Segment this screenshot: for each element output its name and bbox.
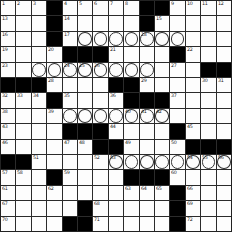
cell-r9c4[interactable] (47, 124, 61, 138)
black-cell-r6c1 (1, 78, 15, 92)
circle-marker (155, 155, 169, 169)
clue-number: 27 (171, 63, 176, 68)
cell-r7c12[interactable]: 37 (170, 93, 184, 107)
clue-number: 4 (64, 1, 67, 6)
cell-r13c7[interactable] (93, 186, 107, 200)
cell-r1c13[interactable]: 10 (186, 1, 200, 15)
cell-r4c11[interactable] (155, 47, 169, 61)
cell-r13c8[interactable] (109, 186, 123, 200)
cell-r15c4[interactable] (47, 217, 61, 231)
cell-r13c6[interactable] (78, 186, 92, 200)
clue-number: 62 (48, 186, 53, 191)
cell-r12c13[interactable] (186, 170, 200, 184)
cell-r4c8[interactable]: 21 (109, 47, 123, 61)
clue-number: 36 (110, 93, 115, 98)
clue-number: 33 (17, 93, 22, 98)
cell-r3c7[interactable] (93, 32, 107, 46)
circle-marker (94, 32, 108, 46)
clue-number: 7 (110, 1, 113, 6)
clue-number: 21 (110, 47, 115, 52)
cell-r15c10[interactable] (140, 217, 154, 231)
clue-number: 64 (141, 186, 146, 191)
cell-r11c12[interactable] (170, 155, 184, 169)
cell-r6c12[interactable] (170, 78, 184, 92)
cell-r10c1[interactable]: 46 (1, 140, 15, 154)
black-cell-r2c10 (140, 16, 154, 30)
black-cell-r9c7 (93, 124, 107, 138)
cell-r11c9[interactable] (124, 155, 138, 169)
clue-number: 14 (64, 16, 69, 21)
cell-r11c3[interactable]: 51 (32, 155, 46, 169)
black-cell-r9c6 (78, 124, 92, 138)
cell-r6c4[interactable]: 28 (47, 78, 61, 92)
black-cell-r10c15 (217, 140, 231, 154)
cell-r2c14[interactable] (201, 16, 215, 30)
cell-r11c8[interactable]: 53 (109, 155, 123, 169)
cell-r3c12[interactable] (170, 32, 184, 46)
cell-r6c15[interactable]: 31 (217, 78, 231, 92)
cell-r13c13[interactable]: 66 (186, 186, 200, 200)
clue-number: 48 (79, 140, 84, 145)
cell-r10c2[interactable] (16, 140, 30, 154)
cell-r14c14[interactable] (201, 201, 215, 215)
clue-number: 22 (187, 47, 192, 52)
black-cell-r7c9 (124, 93, 138, 107)
circle-marker (78, 109, 92, 123)
cell-r7c13[interactable] (186, 93, 200, 107)
cell-r9c11[interactable] (155, 124, 169, 138)
cell-r4c15[interactable] (217, 47, 231, 61)
cell-r4c14[interactable] (201, 47, 215, 61)
clue-number: 56 (218, 155, 223, 160)
cell-r5c10[interactable] (140, 63, 154, 77)
clue-number: 51 (33, 155, 38, 160)
clue-number: 45 (187, 124, 192, 129)
clue-number: 41 (141, 109, 146, 114)
clue-number: 40 (125, 109, 130, 114)
cell-r6c11[interactable] (155, 78, 169, 92)
cell-r13c15[interactable] (217, 186, 231, 200)
cell-r2c11[interactable]: 15 (155, 16, 169, 30)
cell-r13c1[interactable]: 61 (1, 186, 15, 200)
clue-number: 31 (218, 78, 223, 83)
cell-r8c2[interactable] (16, 109, 30, 123)
cell-r2c15[interactable] (217, 16, 231, 30)
black-cell-r1c4 (47, 1, 61, 15)
clue-number: 55 (202, 155, 207, 160)
cell-r7c1[interactable]: 32 (1, 93, 15, 107)
circle-marker (109, 32, 123, 46)
cell-r10c4[interactable] (47, 140, 61, 154)
cell-r11c13[interactable]: 54 (186, 155, 200, 169)
cell-r2c12[interactable] (170, 16, 184, 30)
cell-r5c9[interactable] (124, 63, 138, 77)
cell-r5c12[interactable]: 27 (170, 63, 184, 77)
circle-marker (63, 109, 77, 123)
black-cell-r10c7 (93, 140, 107, 154)
cell-r5c7[interactable]: 26 (93, 63, 107, 77)
cell-r13c2[interactable] (16, 186, 30, 200)
cell-r12c1[interactable]: 57 (1, 170, 15, 184)
cell-r12c3[interactable] (32, 170, 46, 184)
clue-number: 25 (79, 63, 84, 68)
clue-number: 1 (2, 1, 5, 6)
cell-r13c9[interactable]: 63 (124, 186, 138, 200)
cell-r10c12[interactable]: 50 (170, 140, 184, 154)
cell-r9c14[interactable] (201, 124, 215, 138)
clue-number: 65 (156, 186, 161, 191)
clue-number: 67 (2, 201, 7, 206)
cell-r14c5[interactable] (63, 201, 77, 215)
cell-r7c7[interactable] (93, 93, 107, 107)
cell-r1c14[interactable]: 11 (201, 1, 215, 15)
circle-marker (109, 155, 123, 169)
cell-r3c14[interactable] (201, 32, 215, 46)
black-cell-r5c14 (201, 63, 215, 77)
cell-r14c1[interactable]: 67 (1, 201, 15, 215)
clue-number: 20 (48, 47, 53, 52)
cell-r13c5[interactable] (63, 186, 77, 200)
cell-r2c8[interactable] (109, 16, 123, 30)
circle-marker (125, 155, 139, 169)
cell-r5c3[interactable] (32, 63, 46, 77)
clue-number: 37 (171, 93, 176, 98)
cell-r12c8[interactable] (109, 170, 123, 184)
cell-r8c10[interactable]: 41 (140, 109, 154, 123)
cell-r8c15[interactable] (217, 109, 231, 123)
cell-r4c4[interactable]: 20 (47, 47, 61, 61)
cell-r3c1[interactable]: 16 (1, 32, 15, 46)
cell-r7c14[interactable] (201, 93, 215, 107)
cell-r9c9[interactable] (124, 124, 138, 138)
cell-r2c9[interactable] (124, 16, 138, 30)
cell-r8c1[interactable]: 38 (1, 109, 15, 123)
black-cell-r14c6 (78, 201, 92, 215)
cell-r9c13[interactable]: 45 (186, 124, 200, 138)
circle-marker (109, 63, 123, 77)
clue-number: 12 (218, 1, 223, 6)
black-cell-r6c8 (109, 78, 123, 92)
cell-r4c1[interactable]: 19 (1, 47, 15, 61)
cell-r12c6[interactable] (78, 170, 92, 184)
cell-r14c9[interactable] (124, 201, 138, 215)
cell-r11c6[interactable] (78, 155, 92, 169)
circle-marker (32, 63, 46, 77)
black-cell-r6c9 (124, 78, 138, 92)
cell-r11c4[interactable] (47, 155, 61, 169)
cell-r8c5[interactable] (63, 109, 77, 123)
circle-marker (94, 109, 108, 123)
cell-r10c9[interactable]: 49 (124, 140, 138, 154)
cell-r15c1[interactable]: 70 (1, 217, 15, 231)
cell-r12c14[interactable] (201, 170, 215, 184)
cell-r1c5[interactable]: 4 (63, 1, 77, 15)
black-cell-r4c6 (78, 47, 92, 61)
cell-r5c11[interactable] (155, 63, 169, 77)
cell-r14c11[interactable] (155, 201, 169, 215)
clue-number: 38 (2, 109, 7, 114)
cell-r9c8[interactable]: 44 (109, 124, 123, 138)
black-cell-r9c12 (170, 124, 184, 138)
cell-r7c8[interactable]: 36 (109, 93, 123, 107)
black-cell-r7c10 (140, 93, 154, 107)
cell-r7c6[interactable] (78, 93, 92, 107)
cell-r6c13[interactable] (186, 78, 200, 92)
circle-marker (155, 109, 169, 123)
cell-r8c8[interactable] (109, 109, 123, 123)
clue-number: 54 (187, 155, 192, 160)
cell-r3c15[interactable] (217, 32, 231, 46)
cell-r6c14[interactable]: 30 (201, 78, 215, 92)
cell-r7c2[interactable]: 33 (16, 93, 30, 107)
cell-r8c7[interactable] (93, 109, 107, 123)
cell-r15c13[interactable]: 72 (186, 217, 200, 231)
clue-number: 47 (64, 140, 69, 145)
clue-number: 10 (187, 1, 192, 6)
black-cell-r14c12 (170, 201, 184, 215)
cell-r2c2[interactable] (16, 16, 30, 30)
cell-r15c9[interactable] (124, 217, 138, 231)
cell-r4c9[interactable] (124, 47, 138, 61)
black-cell-r11c2 (16, 155, 30, 169)
circle-marker (125, 63, 139, 77)
cell-r13c3[interactable] (32, 186, 46, 200)
cell-r11c15[interactable]: 56 (217, 155, 231, 169)
cell-r13c4[interactable]: 62 (47, 186, 61, 200)
cell-r7c3[interactable]: 34 (32, 93, 46, 107)
circle-marker (171, 32, 185, 46)
cell-r3c2[interactable] (16, 32, 30, 46)
cell-r14c15[interactable] (217, 201, 231, 215)
cell-r3c13[interactable] (186, 32, 200, 46)
cell-r8c11[interactable]: 42 (155, 109, 169, 123)
cell-r15c3[interactable] (32, 217, 46, 231)
cell-r3c9[interactable] (124, 32, 138, 46)
clue-number: 58 (17, 170, 22, 175)
black-cell-r12c9 (124, 170, 138, 184)
black-cell-r4c12 (170, 47, 184, 61)
cell-r11c5[interactable] (63, 155, 77, 169)
circle-marker (78, 32, 92, 46)
cell-r9c2[interactable] (16, 124, 30, 138)
circle-marker (94, 63, 108, 77)
cell-r13c11[interactable]: 65 (155, 186, 169, 200)
clue-number: 18 (141, 32, 146, 37)
cell-r5c6[interactable]: 25 (78, 63, 92, 77)
clue-number: 57 (2, 170, 7, 175)
clue-number: 8 (125, 1, 128, 6)
cell-r15c8[interactable] (109, 217, 123, 231)
cell-r15c14[interactable] (201, 217, 215, 231)
cell-r1c9[interactable]: 8 (124, 1, 138, 15)
crossword-grid: 1234567891011121314151617181920212223242… (1, 1, 231, 231)
cell-r15c15[interactable] (217, 217, 231, 231)
cell-r9c10[interactable] (140, 124, 154, 138)
clue-number: 2 (17, 1, 20, 6)
clue-number: 26 (94, 63, 99, 68)
cell-r5c13[interactable] (186, 63, 200, 77)
circle-marker (140, 155, 154, 169)
cell-r12c12[interactable]: 60 (170, 170, 184, 184)
clue-number: 3 (33, 1, 36, 6)
cell-r11c10[interactable] (140, 155, 154, 169)
cell-r5c4[interactable] (47, 63, 61, 77)
clue-number: 24 (64, 63, 69, 68)
cell-r8c12[interactable] (170, 109, 184, 123)
black-cell-r7c11 (155, 93, 169, 107)
clue-number: 29 (141, 78, 146, 83)
cell-r6c5[interactable] (63, 78, 77, 92)
cell-r2c13[interactable] (186, 16, 200, 30)
cell-r14c3[interactable] (32, 201, 46, 215)
clue-number: 69 (187, 201, 192, 206)
cell-r12c15[interactable] (217, 170, 231, 184)
cell-r11c14[interactable]: 55 (201, 155, 215, 169)
cell-r3c3[interactable] (32, 32, 46, 46)
clue-number: 35 (64, 93, 69, 98)
clue-number: 13 (2, 16, 7, 21)
circle-marker (48, 63, 62, 77)
cell-r1c1[interactable]: 1 (1, 1, 15, 15)
cell-r3c6[interactable] (78, 32, 92, 46)
cell-r1c3[interactable]: 3 (32, 1, 46, 15)
circle-marker (155, 32, 169, 46)
clue-number: 6 (94, 1, 97, 6)
cell-r8c13[interactable] (186, 109, 200, 123)
cell-r1c7[interactable]: 6 (93, 1, 107, 15)
black-cell-r12c11 (155, 170, 169, 184)
cell-r12c7[interactable] (93, 170, 107, 184)
cell-r3c8[interactable] (109, 32, 123, 46)
clue-number: 30 (202, 78, 207, 83)
cell-r1c15[interactable]: 12 (217, 1, 231, 15)
clue-number: 50 (171, 140, 176, 145)
clue-number: 42 (156, 109, 161, 114)
black-cell-r15c12 (170, 217, 184, 231)
cell-r2c3[interactable] (32, 16, 46, 30)
black-cell-r15c5 (63, 217, 77, 231)
black-cell-r7c4 (47, 93, 61, 107)
cell-r2c6[interactable] (78, 16, 92, 30)
cell-r14c4[interactable] (47, 201, 61, 215)
cell-r6c6[interactable] (78, 78, 92, 92)
cell-r11c7[interactable]: 52 (93, 155, 107, 169)
circle-marker (217, 155, 231, 169)
cell-r1c2[interactable]: 2 (16, 1, 30, 15)
clue-number: 28 (48, 78, 53, 83)
cell-r10c10[interactable] (140, 140, 154, 154)
clue-number: 19 (2, 47, 7, 52)
circle-marker (186, 155, 200, 169)
cell-r8c3[interactable] (32, 109, 46, 123)
cell-r15c2[interactable] (16, 217, 30, 231)
cell-r9c1[interactable]: 43 (1, 124, 15, 138)
cell-r6c7[interactable] (93, 78, 107, 92)
clue-number: 70 (2, 217, 7, 222)
clue-number: 61 (2, 186, 7, 191)
clue-number: 46 (2, 140, 7, 145)
black-cell-r1c11 (155, 1, 169, 15)
circle-marker (202, 155, 216, 169)
cell-r4c3[interactable] (32, 47, 46, 61)
circle-marker (140, 32, 154, 46)
black-cell-r3c4 (47, 32, 61, 46)
cell-r5c5[interactable]: 24 (63, 63, 77, 77)
cell-r14c13[interactable]: 69 (186, 201, 200, 215)
cell-r6c10[interactable]: 29 (140, 78, 154, 92)
cell-r10c11[interactable] (155, 140, 169, 154)
cell-r14c8[interactable] (109, 201, 123, 215)
circle-marker (140, 109, 154, 123)
clue-number: 17 (64, 32, 69, 37)
cell-r1c12[interactable]: 9 (170, 1, 184, 15)
cell-r4c13[interactable]: 22 (186, 47, 200, 61)
cell-r5c1[interactable]: 23 (1, 63, 15, 77)
clue-number: 43 (2, 124, 7, 129)
cell-r7c5[interactable]: 35 (63, 93, 77, 107)
cell-r8c9[interactable]: 40 (124, 109, 138, 123)
clue-number: 72 (187, 217, 192, 222)
cell-r11c11[interactable] (155, 155, 169, 169)
cell-r4c10[interactable] (140, 47, 154, 61)
circle-marker (140, 63, 154, 77)
cell-r5c8[interactable] (109, 63, 123, 77)
black-cell-r5c15 (217, 63, 231, 77)
cell-r9c3[interactable] (32, 124, 46, 138)
clue-number: 44 (110, 124, 115, 129)
cell-r8c6[interactable] (78, 109, 92, 123)
cell-r7c15[interactable] (217, 93, 231, 107)
clue-number: 53 (110, 155, 115, 160)
black-cell-r1c10 (140, 1, 154, 15)
cell-r10c6[interactable]: 48 (78, 140, 92, 154)
cell-r1c8[interactable]: 7 (109, 1, 123, 15)
clue-number: 68 (94, 201, 99, 206)
cell-r8c4[interactable]: 39 (47, 109, 61, 123)
cell-r12c5[interactable]: 59 (63, 170, 77, 184)
cell-r5c2[interactable] (16, 63, 30, 77)
clue-number: 39 (48, 109, 53, 114)
cell-r10c3[interactable] (32, 140, 46, 154)
cell-r13c10[interactable]: 64 (140, 186, 154, 200)
clue-number: 63 (125, 186, 130, 191)
cell-r14c2[interactable] (16, 201, 30, 215)
cell-r10c5[interactable]: 47 (63, 140, 77, 154)
cell-r14c10[interactable] (140, 201, 154, 215)
cell-r15c7[interactable]: 71 (93, 217, 107, 231)
black-cell-r6c3 (32, 78, 46, 92)
cell-r14c7[interactable]: 68 (93, 201, 107, 215)
cell-r4c2[interactable] (16, 47, 30, 61)
clue-number: 66 (187, 186, 192, 191)
black-cell-r10c14 (201, 140, 215, 154)
cell-r15c11[interactable] (155, 217, 169, 231)
cell-r3c10[interactable]: 18 (140, 32, 154, 46)
crossword-board: 1234567891011121314151617181920212223242… (0, 0, 232, 232)
cell-r2c7[interactable] (93, 16, 107, 30)
cell-r2c5[interactable]: 14 (63, 16, 77, 30)
cell-r9c15[interactable] (217, 124, 231, 138)
cell-r1c6[interactable]: 5 (78, 1, 92, 15)
cell-r3c5[interactable]: 17 (63, 32, 77, 46)
cell-r2c1[interactable]: 13 (1, 16, 15, 30)
circle-marker (125, 32, 139, 46)
cell-r12c2[interactable]: 58 (16, 170, 30, 184)
cell-r13c14[interactable] (201, 186, 215, 200)
cell-r8c14[interactable] (201, 109, 215, 123)
cell-r3c11[interactable] (155, 32, 169, 46)
black-cell-r10c13 (186, 140, 200, 154)
